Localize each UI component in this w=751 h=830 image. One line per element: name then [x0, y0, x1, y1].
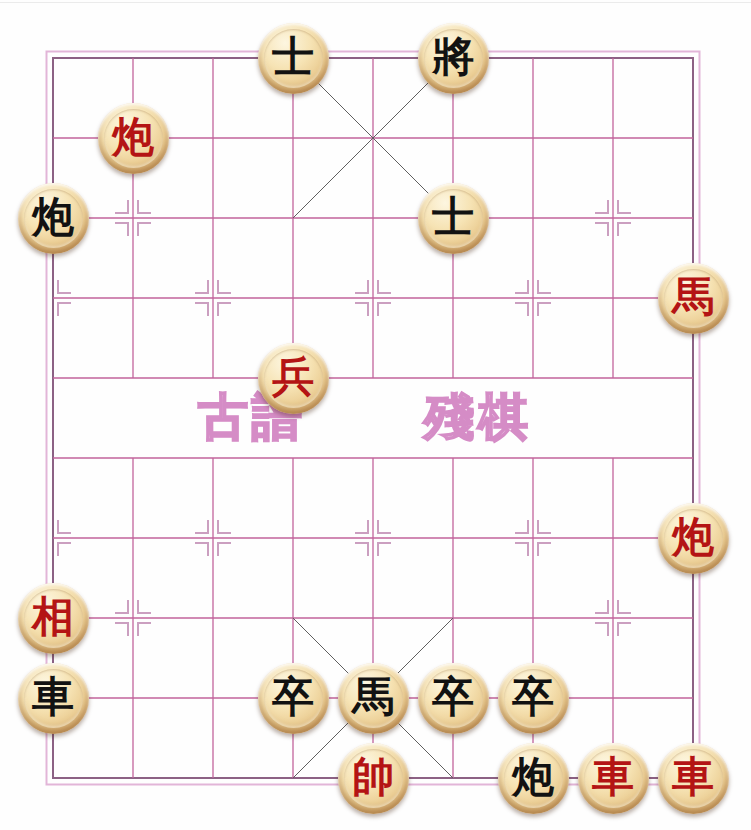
board-cell[interactable] — [173, 338, 253, 418]
board-cell[interactable] — [253, 498, 333, 578]
piece-glyph: 炮 — [672, 516, 714, 558]
board-cell[interactable] — [93, 418, 173, 498]
board-cell[interactable] — [173, 418, 253, 498]
piece-glyph: 炮 — [512, 756, 554, 798]
board-cell[interactable] — [253, 258, 333, 338]
piece-black-advisor[interactable]: 士 — [258, 23, 329, 94]
piece-black-cannon[interactable]: 炮 — [18, 183, 89, 254]
piece-glyph: 馬 — [352, 676, 394, 718]
piece-glyph: 車 — [592, 756, 634, 798]
piece-red-general[interactable]: 帥 — [338, 743, 409, 814]
piece-glyph: 卒 — [432, 676, 474, 718]
board-cell[interactable] — [253, 578, 333, 658]
board-cell[interactable] — [333, 178, 413, 258]
board-cell[interactable] — [173, 98, 253, 178]
board-cell[interactable] — [333, 498, 413, 578]
piece-red-soldier[interactable]: 兵 — [258, 343, 329, 414]
board-cell[interactable] — [333, 98, 413, 178]
board-cell[interactable] — [493, 98, 573, 178]
board-cell[interactable] — [413, 418, 493, 498]
board-cell[interactable]: 相 — [13, 578, 93, 658]
board-cell[interactable] — [333, 578, 413, 658]
board-cell[interactable] — [573, 338, 653, 418]
board-cell[interactable] — [653, 18, 733, 98]
piece-glyph: 相 — [32, 596, 74, 638]
board-cell[interactable] — [173, 738, 253, 818]
piece-red-elephant[interactable]: 相 — [18, 583, 89, 654]
board-cell[interactable] — [413, 578, 493, 658]
board-cell[interactable] — [13, 418, 93, 498]
board-cell[interactable]: 馬 — [653, 258, 733, 338]
board-cell[interactable]: 炮 — [653, 498, 733, 578]
board-cell[interactable] — [173, 258, 253, 338]
board-cell[interactable] — [493, 418, 573, 498]
piece-glyph: 炮 — [32, 196, 74, 238]
board-cell[interactable]: 卒 — [253, 658, 333, 738]
board-cell[interactable]: 士 — [413, 178, 493, 258]
piece-glyph: 將 — [432, 36, 474, 78]
board-cell[interactable] — [413, 338, 493, 418]
piece-glyph: 士 — [272, 36, 314, 78]
board-cell[interactable]: 炮 — [13, 178, 93, 258]
board-cell[interactable] — [573, 658, 653, 738]
board-cell[interactable] — [653, 338, 733, 418]
board-cell[interactable] — [653, 98, 733, 178]
piece-black-chariot[interactable]: 車 — [18, 663, 89, 734]
board-cell[interactable]: 車 — [573, 738, 653, 818]
piece-black-soldier[interactable]: 卒 — [498, 663, 569, 734]
piece-red-chariot[interactable]: 車 — [658, 743, 729, 814]
board-cell[interactable] — [493, 498, 573, 578]
board-cell[interactable]: 士 — [253, 18, 333, 98]
piece-glyph: 帥 — [352, 756, 394, 798]
piece-glyph: 卒 — [272, 676, 314, 718]
board-cell[interactable] — [413, 98, 493, 178]
piece-black-soldier[interactable]: 卒 — [418, 663, 489, 734]
board-cell[interactable] — [573, 578, 653, 658]
board-cell[interactable] — [333, 258, 413, 338]
board-cell[interactable] — [493, 178, 573, 258]
board-cell[interactable] — [573, 178, 653, 258]
board-cell[interactable]: 卒 — [413, 658, 493, 738]
board-cell[interactable] — [413, 498, 493, 578]
board-cell[interactable] — [93, 258, 173, 338]
board-cell[interactable] — [173, 578, 253, 658]
board-cell[interactable] — [653, 578, 733, 658]
board-cell[interactable] — [93, 18, 173, 98]
board-cell[interactable]: 將 — [413, 18, 493, 98]
piece-glyph: 車 — [32, 676, 74, 718]
board-cell[interactable] — [413, 258, 493, 338]
board-cell[interactable]: 兵 — [253, 338, 333, 418]
piece-glyph: 士 — [432, 196, 474, 238]
piece-black-general[interactable]: 將 — [418, 23, 489, 94]
board-cell[interactable] — [173, 658, 253, 738]
board-cell[interactable]: 帥 — [333, 738, 413, 818]
board-cell[interactable] — [573, 418, 653, 498]
piece-glyph: 馬 — [672, 276, 714, 318]
board-grid: 士將炮炮士馬兵炮相車卒馬卒卒帥炮車車 — [13, 18, 733, 818]
piece-glyph: 炮 — [112, 116, 154, 158]
piece-glyph: 車 — [672, 756, 714, 798]
board-cell[interactable] — [333, 18, 413, 98]
board-cell[interactable] — [493, 578, 573, 658]
piece-black-horse[interactable]: 馬 — [338, 663, 409, 734]
board-cell[interactable] — [93, 658, 173, 738]
board-cell[interactable] — [13, 258, 93, 338]
board-cell[interactable] — [493, 338, 573, 418]
board-cell[interactable] — [13, 338, 93, 418]
piece-black-soldier[interactable]: 卒 — [258, 663, 329, 734]
board-cell[interactable]: 炮 — [493, 738, 573, 818]
board-cell[interactable] — [653, 418, 733, 498]
board-cell[interactable] — [13, 98, 93, 178]
board-cell[interactable] — [253, 178, 333, 258]
board-cell[interactable] — [253, 418, 333, 498]
board-cell[interactable] — [173, 18, 253, 98]
board-cell[interactable] — [493, 258, 573, 338]
piece-red-horse[interactable]: 馬 — [658, 263, 729, 334]
board-cell[interactable] — [93, 498, 173, 578]
board-cell[interactable] — [413, 738, 493, 818]
board-cell[interactable] — [333, 338, 413, 418]
board-cell[interactable] — [653, 178, 733, 258]
board-cell[interactable] — [13, 498, 93, 578]
xiangqi-board: 古譜 殘棋 士將炮炮士馬兵炮相車卒馬卒卒帥炮車車 — [0, 0, 751, 830]
board-cell[interactable] — [253, 738, 333, 818]
board-cell[interactable] — [573, 498, 653, 578]
piece-black-advisor[interactable]: 士 — [418, 183, 489, 254]
board-cell[interactable] — [173, 178, 253, 258]
piece-black-cannon[interactable]: 炮 — [498, 743, 569, 814]
piece-red-cannon[interactable]: 炮 — [98, 103, 169, 174]
board-cell[interactable] — [573, 98, 653, 178]
board-cell[interactable] — [573, 18, 653, 98]
board-cell[interactable] — [93, 178, 173, 258]
board-cell[interactable] — [173, 498, 253, 578]
board-cell[interactable]: 車 — [13, 658, 93, 738]
board-cell[interactable]: 馬 — [333, 658, 413, 738]
piece-glyph: 兵 — [272, 356, 314, 398]
board-cell[interactable] — [493, 18, 573, 98]
piece-glyph: 卒 — [512, 676, 554, 718]
board-cell[interactable] — [13, 18, 93, 98]
board-cell[interactable] — [93, 338, 173, 418]
piece-red-cannon[interactable]: 炮 — [658, 503, 729, 574]
board-cell[interactable] — [93, 738, 173, 818]
board-cell[interactable] — [573, 258, 653, 338]
piece-red-chariot[interactable]: 車 — [578, 743, 649, 814]
board-cell[interactable] — [93, 578, 173, 658]
board-cell[interactable]: 車 — [653, 738, 733, 818]
board-cell[interactable] — [653, 658, 733, 738]
board-cell[interactable] — [13, 738, 93, 818]
board-cell[interactable] — [253, 98, 333, 178]
board-cell[interactable]: 炮 — [93, 98, 173, 178]
board-cell[interactable] — [333, 418, 413, 498]
board-cell[interactable]: 卒 — [493, 658, 573, 738]
